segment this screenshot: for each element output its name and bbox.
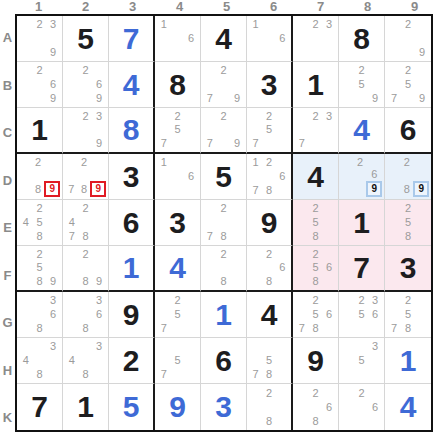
candidate-6: 6 <box>46 308 60 322</box>
candidate-grid: 348 <box>19 340 60 381</box>
given-digit: 3 <box>247 62 291 107</box>
cell-K9[interactable]: 4 <box>385 384 431 430</box>
candidate-2: 2 <box>401 202 415 216</box>
candidate-grid: 26 <box>341 386 382 428</box>
candidate-2: 2 <box>355 64 369 78</box>
candidate-8: 8 <box>262 275 275 288</box>
candidate-6: 6 <box>368 308 382 322</box>
given-digit: 8 <box>339 16 384 61</box>
candidate-9: 9 <box>230 91 244 105</box>
candidate-8: 8 <box>262 367 275 381</box>
candidate-3: 3 <box>368 340 382 354</box>
cell-B1[interactable]: 269 <box>17 62 63 108</box>
candidate-5: 5 <box>309 216 323 230</box>
cell-A7[interactable]: 23 <box>293 16 339 62</box>
candidate-grid: 257 <box>157 110 198 150</box>
candidate-9: 9 <box>46 45 60 59</box>
cell-B9[interactable]: 2579 <box>385 62 431 108</box>
candidate-5: 5 <box>171 123 185 136</box>
candidate-9: 9 <box>366 181 382 197</box>
column-label-9: 9 <box>391 0 438 14</box>
candidate-2: 2 <box>79 202 93 216</box>
candidate-grid: 2578 <box>387 294 429 335</box>
candidate-2: 2 <box>171 294 185 308</box>
cell-K1[interactable]: 7 <box>17 384 63 430</box>
candidate-8: 8 <box>33 275 47 288</box>
candidate-8: 8 <box>400 181 413 197</box>
candidate-grid: 259 <box>341 64 382 105</box>
given-digit: 2 <box>109 338 153 383</box>
candidate-grid: 16 <box>157 18 198 59</box>
cell-F9[interactable]: 3 <box>385 246 431 292</box>
cell-E4[interactable]: 3 <box>155 200 201 246</box>
candidate-3: 3 <box>92 110 106 123</box>
candidate-4: 4 <box>65 216 79 230</box>
candidate-7: 7 <box>203 91 217 105</box>
cell-F1[interactable]: 2589 <box>17 246 63 292</box>
candidate-grid: 268 <box>295 386 336 428</box>
candidate-3: 3 <box>368 294 382 308</box>
candidate-grid: 257 <box>249 110 289 150</box>
candidate-8: 8 <box>33 229 47 243</box>
candidate-5: 5 <box>355 354 369 368</box>
given-digit: 8 <box>155 62 200 107</box>
candidate-grid: 2568 <box>295 248 336 288</box>
candidate-grid: 289 <box>65 248 106 288</box>
cell-A6[interactable]: 16 <box>247 16 293 62</box>
candidate-5: 5 <box>171 354 185 368</box>
cell-B4[interactable]: 8 <box>155 62 201 108</box>
cell-D2[interactable]: 2789 <box>63 154 109 200</box>
given-digit: 6 <box>201 338 246 383</box>
candidate-2: 2 <box>33 18 47 32</box>
candidate-grid: 348 <box>65 340 106 381</box>
cell-G7[interactable]: 25678 <box>293 292 339 338</box>
given-digit: 1 <box>17 108 62 152</box>
candidate-grid: 257 <box>157 294 198 335</box>
cell-A4[interactable]: 16 <box>155 16 201 62</box>
candidate-2: 2 <box>400 156 413 169</box>
cell-A1[interactable]: 239 <box>17 16 63 62</box>
given-digit: 3 <box>155 200 200 245</box>
given-digit: 3 <box>109 154 153 199</box>
given-digit: 7 <box>339 246 384 290</box>
given-digit: 1 <box>293 62 338 107</box>
cell-D6[interactable]: 12678 <box>247 154 293 200</box>
candidate-1: 1 <box>157 18 171 32</box>
cell-A3[interactable]: 7 <box>109 16 155 62</box>
cell-G1[interactable]: 368 <box>17 292 63 338</box>
row-label-H: H <box>0 347 15 395</box>
candidate-8: 8 <box>79 367 93 381</box>
candidate-3: 3 <box>322 18 336 32</box>
candidate-6: 6 <box>184 32 198 46</box>
cell-E2[interactable]: 2478 <box>63 200 109 246</box>
candidate-5: 5 <box>401 78 415 92</box>
given-digit: 3 <box>385 246 431 290</box>
cell-C5[interactable]: 279 <box>201 108 247 154</box>
row-label-G: G <box>0 299 15 347</box>
cell-C7[interactable]: 237 <box>293 108 339 154</box>
cell-G2[interactable]: 368 <box>63 292 109 338</box>
cell-A5[interactable]: 4 <box>201 16 247 62</box>
candidate-7: 7 <box>203 137 217 150</box>
cell-K3[interactable]: 5 <box>109 384 155 430</box>
cell-C4[interactable]: 257 <box>155 108 201 154</box>
cell-F3[interactable]: 1 <box>109 246 155 292</box>
candidate-9: 9 <box>46 275 60 288</box>
candidate-grid: 237 <box>295 110 336 150</box>
candidate-9: 9 <box>92 91 106 105</box>
candidate-3: 3 <box>92 294 106 308</box>
candidate-8: 8 <box>309 414 323 428</box>
candidate-5: 5 <box>401 308 415 322</box>
cell-H5[interactable]: 6 <box>201 338 247 384</box>
candidate-grid: 29 <box>387 18 429 59</box>
candidate-7: 7 <box>157 321 171 335</box>
candidate-7: 7 <box>387 91 401 105</box>
candidate-6: 6 <box>366 169 382 182</box>
candidate-9: 9 <box>415 91 429 105</box>
cell-E5[interactable]: 278 <box>201 200 247 246</box>
candidate-7: 7 <box>249 367 262 381</box>
candidate-8: 8 <box>32 181 45 197</box>
candidate-grid: 368 <box>19 294 60 335</box>
candidate-grid: 269 <box>19 64 60 105</box>
candidate-1: 1 <box>249 18 262 32</box>
column-label-4: 4 <box>156 0 203 14</box>
candidate-2: 2 <box>309 110 323 123</box>
given-digit: 4 <box>201 16 246 61</box>
cell-D4[interactable]: 16 <box>155 154 201 200</box>
candidate-3: 3 <box>322 110 336 123</box>
column-label-8: 8 <box>344 0 391 14</box>
cell-D8[interactable]: 269 <box>339 154 385 200</box>
cell-B2[interactable]: 269 <box>63 62 109 108</box>
candidate-6: 6 <box>276 32 289 46</box>
candidate-2: 2 <box>262 248 275 261</box>
candidate-8: 8 <box>79 229 93 243</box>
candidate-grid: 2579 <box>387 64 429 105</box>
cell-E7[interactable]: 258 <box>293 200 339 246</box>
cell-G6[interactable]: 4 <box>247 292 293 338</box>
solved-digit: 4 <box>339 108 384 152</box>
cell-E3[interactable]: 6 <box>109 200 155 246</box>
candidate-9: 9 <box>415 45 429 59</box>
candidate-3: 3 <box>46 18 60 32</box>
candidate-8: 8 <box>401 321 415 335</box>
candidate-1: 1 <box>157 156 171 170</box>
cell-F8[interactable]: 7 <box>339 246 385 292</box>
candidate-9: 9 <box>46 91 60 105</box>
cell-E6[interactable]: 9 <box>247 200 293 246</box>
candidate-2: 2 <box>309 18 323 32</box>
candidate-2: 2 <box>33 248 47 261</box>
cell-F6[interactable]: 268 <box>247 246 293 292</box>
candidate-9: 9 <box>230 137 244 150</box>
candidate-2: 2 <box>401 294 415 308</box>
solved-digit: 1 <box>109 246 153 290</box>
candidate-6: 6 <box>322 261 336 274</box>
candidate-2: 2 <box>354 156 367 169</box>
candidate-7: 7 <box>387 321 401 335</box>
candidate-grid: 269 <box>341 156 382 197</box>
candidate-grid: 2478 <box>65 202 106 243</box>
candidate-3: 3 <box>92 340 106 354</box>
candidate-2: 2 <box>217 248 231 261</box>
cell-E8[interactable]: 1 <box>339 200 385 246</box>
candidate-5: 5 <box>171 308 185 322</box>
candidate-grid: 28 <box>249 386 289 428</box>
cell-H7[interactable]: 9 <box>293 338 339 384</box>
candidate-grid: 239 <box>65 110 106 150</box>
candidate-7: 7 <box>157 137 171 150</box>
solved-digit: 8 <box>109 108 153 152</box>
cell-K8[interactable]: 26 <box>339 384 385 430</box>
cell-H6[interactable]: 578 <box>247 338 293 384</box>
candidate-2: 2 <box>355 294 369 308</box>
cell-C3[interactable]: 8 <box>109 108 155 154</box>
candidate-2: 2 <box>262 110 275 123</box>
cell-F2[interactable]: 289 <box>63 246 109 292</box>
cell-F4[interactable]: 4 <box>155 246 201 292</box>
cell-B6[interactable]: 3 <box>247 62 293 108</box>
candidate-5: 5 <box>355 308 369 322</box>
candidate-grid: 2458 <box>19 202 60 243</box>
candidate-5: 5 <box>33 261 47 274</box>
row-label-C: C <box>0 109 15 157</box>
candidate-2: 2 <box>217 202 231 216</box>
candidate-6: 6 <box>46 78 60 92</box>
solved-digit: 7 <box>109 16 153 61</box>
candidate-7: 7 <box>249 137 262 150</box>
cell-A9[interactable]: 29 <box>385 16 431 62</box>
candidate-2: 2 <box>262 156 275 170</box>
row-label-E: E <box>0 204 15 252</box>
candidate-grid: 279 <box>203 110 244 150</box>
cell-D7[interactable]: 4 <box>293 154 339 200</box>
candidate-8: 8 <box>309 275 323 288</box>
candidate-4: 4 <box>19 216 33 230</box>
cell-G4[interactable]: 257 <box>155 292 201 338</box>
cell-G9[interactable]: 2578 <box>385 292 431 338</box>
cell-H1[interactable]: 348 <box>17 338 63 384</box>
candidate-7: 7 <box>65 229 79 243</box>
candidate-8: 8 <box>33 321 47 335</box>
candidate-2: 2 <box>309 202 323 216</box>
candidate-6: 6 <box>322 308 336 322</box>
given-digit: 4 <box>247 292 291 337</box>
cell-G3[interactable]: 9 <box>109 292 155 338</box>
cell-F7[interactable]: 2568 <box>293 246 339 292</box>
candidate-2: 2 <box>79 248 93 261</box>
candidate-2: 2 <box>79 64 93 78</box>
candidate-5: 5 <box>33 216 47 230</box>
candidate-2: 2 <box>32 156 45 169</box>
given-digit: 9 <box>247 200 291 245</box>
candidate-7: 7 <box>295 137 309 150</box>
given-digit: 1 <box>339 200 384 245</box>
row-label-F: F <box>0 252 15 300</box>
cell-B7[interactable]: 1 <box>293 62 339 108</box>
candidate-2: 2 <box>78 156 91 169</box>
candidate-grid: 289 <box>387 156 429 197</box>
candidate-8: 8 <box>78 181 91 197</box>
candidate-6: 6 <box>92 308 106 322</box>
sudoku-board: 2395716416238292692694827931259257912398… <box>15 14 433 432</box>
candidate-4: 4 <box>19 354 33 368</box>
candidate-grid: 258 <box>295 202 336 243</box>
candidate-6: 6 <box>184 170 198 184</box>
candidate-grid: 368 <box>65 294 106 335</box>
candidate-2: 2 <box>33 202 47 216</box>
candidate-grid: 35 <box>341 340 382 381</box>
column-labels: 123456789 <box>15 0 438 14</box>
cell-H8[interactable]: 35 <box>339 338 385 384</box>
cell-B8[interactable]: 259 <box>339 62 385 108</box>
solved-digit: 3 <box>201 384 246 430</box>
cell-C1[interactable]: 1 <box>17 108 63 154</box>
cell-E1[interactable]: 2458 <box>17 200 63 246</box>
candidate-7: 7 <box>65 181 78 197</box>
given-digit: 6 <box>109 200 153 245</box>
candidate-grid: 268 <box>249 248 289 288</box>
cell-D3[interactable]: 3 <box>109 154 155 200</box>
candidate-grid: 239 <box>19 18 60 59</box>
candidate-5: 5 <box>355 78 369 92</box>
given-digit: 5 <box>63 16 108 61</box>
solved-digit: 5 <box>109 384 153 430</box>
row-label-K: K <box>0 394 15 442</box>
candidate-grid: 28 <box>203 248 244 288</box>
candidate-6: 6 <box>322 400 336 414</box>
cell-F5[interactable]: 28 <box>201 246 247 292</box>
cell-B3[interactable]: 4 <box>109 62 155 108</box>
cell-B5[interactable]: 279 <box>201 62 247 108</box>
candidate-grid: 2789 <box>65 156 106 197</box>
candidate-grid: 2589 <box>19 248 60 288</box>
cell-K7[interactable]: 268 <box>293 384 339 430</box>
candidate-grid: 278 <box>203 202 244 243</box>
candidate-2: 2 <box>309 248 323 261</box>
candidate-grid: 279 <box>203 64 244 105</box>
given-digit: 7 <box>17 384 62 430</box>
candidate-9: 9 <box>90 181 106 197</box>
candidate-5: 5 <box>262 354 275 368</box>
cell-D1[interactable]: 289 <box>17 154 63 200</box>
cell-E9[interactable]: 258 <box>385 200 431 246</box>
cell-K6[interactable]: 28 <box>247 384 293 430</box>
column-label-7: 7 <box>297 0 344 14</box>
candidate-grid: 578 <box>249 340 289 381</box>
given-digit: 1 <box>63 384 108 430</box>
solved-digit: 4 <box>109 62 153 107</box>
candidate-9: 9 <box>92 275 106 288</box>
cell-K5[interactable]: 3 <box>201 384 247 430</box>
cell-C6[interactable]: 257 <box>247 108 293 154</box>
cell-G8[interactable]: 2356 <box>339 292 385 338</box>
candidate-2: 2 <box>262 386 275 400</box>
cell-D9[interactable]: 289 <box>385 154 431 200</box>
solved-digit: 1 <box>201 292 246 337</box>
candidate-2: 2 <box>217 110 231 123</box>
cell-A2[interactable]: 5 <box>63 16 109 62</box>
cell-C9[interactable]: 6 <box>385 108 431 154</box>
row-label-D: D <box>0 157 15 205</box>
candidate-8: 8 <box>217 229 231 243</box>
candidate-6: 6 <box>368 400 382 414</box>
cell-H9[interactable]: 1 <box>385 338 431 384</box>
candidate-6: 6 <box>276 170 289 184</box>
candidate-grid: 57 <box>157 340 198 381</box>
cell-C8[interactable]: 4 <box>339 108 385 154</box>
candidate-8: 8 <box>217 275 231 288</box>
cell-H4[interactable]: 57 <box>155 338 201 384</box>
solved-digit: 4 <box>385 384 431 430</box>
candidate-grid: 23 <box>295 18 336 59</box>
row-labels: ABCDEFGHK <box>0 14 15 442</box>
given-digit: 9 <box>293 338 338 383</box>
column-label-5: 5 <box>203 0 250 14</box>
solved-digit: 1 <box>385 338 431 383</box>
cell-H3[interactable]: 2 <box>109 338 155 384</box>
row-label-B: B <box>0 62 15 110</box>
candidate-8: 8 <box>33 367 47 381</box>
candidate-5: 5 <box>309 261 323 274</box>
candidate-7: 7 <box>157 367 171 381</box>
given-digit: 5 <box>201 154 246 199</box>
solved-digit: 4 <box>155 246 200 290</box>
candidate-2: 2 <box>355 386 369 400</box>
given-digit: 9 <box>109 292 153 337</box>
candidate-grid: 12678 <box>249 156 289 197</box>
candidate-1: 1 <box>249 156 262 170</box>
candidate-2: 2 <box>309 294 323 308</box>
candidate-2: 2 <box>33 64 47 78</box>
candidate-5: 5 <box>401 216 415 230</box>
sudoku-app: 123456789 ABCDEFGHK 23957164162382926926… <box>0 0 443 444</box>
column-label-2: 2 <box>62 0 109 14</box>
candidate-grid: 258 <box>387 202 429 243</box>
cell-C2[interactable]: 239 <box>63 108 109 154</box>
candidate-5: 5 <box>262 123 275 136</box>
cell-G5[interactable]: 1 <box>201 292 247 338</box>
candidate-grid: 269 <box>65 64 106 105</box>
cell-D5[interactable]: 5 <box>201 154 247 200</box>
candidate-grid: 16 <box>157 156 198 197</box>
candidate-2: 2 <box>217 64 231 78</box>
candidate-3: 3 <box>46 340 60 354</box>
candidate-grid: 16 <box>249 18 289 59</box>
cell-A8[interactable]: 8 <box>339 16 385 62</box>
candidate-5: 5 <box>309 308 323 322</box>
row-label-A: A <box>0 14 15 62</box>
solved-digit: 9 <box>155 384 200 430</box>
candidate-7: 7 <box>295 321 309 335</box>
cell-K2[interactable]: 1 <box>63 384 109 430</box>
candidate-2: 2 <box>171 110 185 123</box>
cell-H2[interactable]: 348 <box>63 338 109 384</box>
candidate-7: 7 <box>249 183 262 197</box>
candidate-8: 8 <box>79 275 93 288</box>
candidate-9: 9 <box>44 181 60 197</box>
candidate-3: 3 <box>46 294 60 308</box>
candidate-8: 8 <box>309 229 323 243</box>
candidate-8: 8 <box>309 321 323 335</box>
cell-K4[interactable]: 9 <box>155 384 201 430</box>
candidate-6: 6 <box>92 78 106 92</box>
candidate-2: 2 <box>79 110 93 123</box>
